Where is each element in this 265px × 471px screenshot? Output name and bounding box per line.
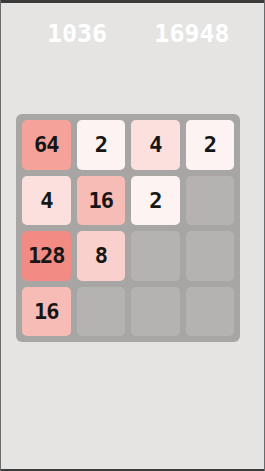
empty-cell	[77, 287, 126, 337]
best-score: 16948	[154, 19, 229, 48]
game-board[interactable]: 642424162128816	[16, 114, 240, 342]
tile-4: 4	[131, 120, 180, 170]
tile-4: 4	[22, 176, 71, 226]
tile-64: 64	[22, 120, 71, 170]
tile-2: 2	[186, 120, 235, 170]
empty-cell	[131, 231, 180, 281]
tile-8: 8	[77, 231, 126, 281]
current-score: 1036	[47, 19, 107, 48]
tile-16: 16	[77, 176, 126, 226]
app-screen: 1036 16948 642424162128816	[0, 0, 265, 471]
score-panel: 1036 16948	[1, 0, 264, 60]
empty-cell	[186, 176, 235, 226]
empty-cell	[131, 287, 180, 337]
tile-2: 2	[131, 176, 180, 226]
empty-cell	[186, 231, 235, 281]
tile-128: 128	[22, 231, 71, 281]
tile-2: 2	[77, 120, 126, 170]
empty-cell	[186, 287, 235, 337]
tile-16: 16	[22, 287, 71, 337]
